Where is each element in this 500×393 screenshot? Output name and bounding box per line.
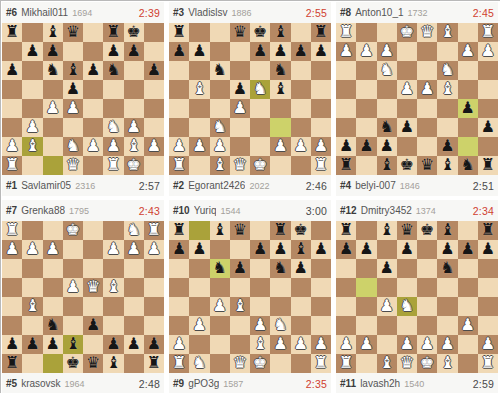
square-b6 — [189, 259, 209, 278]
player-clock: 2:51 — [473, 180, 494, 192]
square-c7: ♟ — [43, 42, 63, 61]
square-e4 — [417, 297, 437, 316]
square-c5 — [210, 80, 230, 99]
player-name: krasovsk — [21, 378, 60, 389]
white-rook-icon: ♜ — [172, 157, 186, 173]
black-queen-icon: ♛ — [420, 157, 434, 173]
square-e4: ♟ — [63, 278, 83, 297]
square-b4 — [124, 278, 144, 297]
square-a7: ♟ — [169, 42, 189, 61]
square-h2: ♟ — [336, 42, 356, 61]
black-bishop-icon: ♝ — [212, 222, 226, 238]
black-pawn-icon: ♟ — [86, 62, 100, 78]
black-pawn-icon: ♟ — [273, 241, 287, 257]
square-f5 — [437, 278, 457, 297]
black-pawn-icon: ♟ — [147, 62, 161, 78]
white-queen-icon: ♛ — [86, 279, 100, 295]
square-b4 — [189, 99, 209, 118]
square-d3 — [417, 61, 437, 80]
black-bishop-icon: ♝ — [273, 81, 287, 97]
square-a8: ♜ — [169, 221, 189, 240]
square-c8: ♝ — [43, 23, 63, 42]
white-pawn-icon: ♟ — [5, 138, 19, 154]
square-d8: ♛ — [83, 354, 103, 373]
square-a5 — [169, 80, 189, 99]
square-f7: ♟ — [43, 335, 63, 354]
white-rook-icon: ♜ — [339, 24, 353, 40]
square-a6: ♟ — [478, 118, 498, 137]
black-knight-icon: ♞ — [440, 260, 454, 276]
square-g2: ♟ — [22, 240, 42, 259]
white-knight-icon: ♞ — [400, 298, 414, 314]
square-f8: ♜ — [103, 23, 123, 42]
square-h3 — [2, 259, 22, 278]
black-queen-icon: ♛ — [233, 222, 247, 238]
white-knight-icon: ♞ — [253, 81, 267, 97]
player-clock: 2:48 — [139, 378, 160, 390]
white-pawn-icon: ♟ — [233, 100, 247, 116]
black-queen-icon: ♛ — [86, 355, 100, 371]
black-king-icon: ♚ — [420, 222, 434, 238]
white-pawn-icon: ♟ — [359, 336, 373, 352]
square-e7: ♟ — [250, 42, 270, 61]
square-b3 — [458, 61, 478, 80]
games-grid: #6 Mikhail011 1694 2:39 ♜♝♛♜♚♟♟♟♟♟♞♝♟♞♟♟… — [0, 0, 500, 393]
player-name: Egorant2426 — [188, 180, 245, 191]
square-e8: ♚ — [63, 354, 83, 373]
white-queen-icon: ♛ — [66, 157, 80, 173]
square-h4 — [311, 99, 331, 118]
square-b8 — [356, 221, 376, 240]
square-e6 — [250, 61, 270, 80]
square-d2 — [230, 335, 250, 354]
square-c1: ♝ — [377, 354, 397, 373]
player-bar-top: #12 Dmitry3452 1374 2:34 — [336, 200, 498, 221]
white-pawn-icon: ♟ — [314, 336, 328, 352]
white-bishop-icon: ♝ — [440, 81, 454, 97]
square-d3 — [230, 118, 250, 137]
square-h2: ♟ — [311, 335, 331, 354]
white-pawn-icon: ♟ — [5, 241, 19, 257]
black-pawn-icon: ♟ — [126, 43, 140, 59]
square-c1 — [210, 354, 230, 373]
white-bishop-icon: ♝ — [192, 81, 206, 97]
square-b1: ♞ — [189, 354, 209, 373]
black-knight-icon: ♞ — [460, 157, 474, 173]
square-a5 — [336, 278, 356, 297]
black-knight-icon: ♞ — [106, 62, 120, 78]
square-e8: ♚ — [417, 221, 437, 240]
square-b2: ♝ — [22, 137, 42, 156]
white-pawn-icon: ♟ — [66, 279, 80, 295]
square-a8: ♜ — [478, 156, 498, 175]
square-d5 — [417, 99, 437, 118]
square-h6 — [2, 316, 22, 335]
square-f7: ♟ — [270, 42, 290, 61]
player-clock: 2:43 — [139, 205, 160, 217]
square-c4: ♟ — [210, 297, 230, 316]
white-bishop-icon: ♝ — [379, 355, 393, 371]
square-h7: ♟ — [478, 240, 498, 259]
square-e5 — [63, 297, 83, 316]
black-pawn-icon: ♟ — [293, 260, 307, 276]
white-knight-icon: ♞ — [273, 317, 287, 333]
black-pawn-icon: ♟ — [460, 100, 474, 116]
square-a6 — [144, 316, 164, 335]
square-g8: ♚ — [291, 221, 311, 240]
square-d8: ♛ — [230, 23, 250, 42]
black-knight-icon: ♞ — [273, 260, 287, 276]
square-c3 — [210, 316, 230, 335]
square-d2: ♟ — [397, 335, 417, 354]
square-g8 — [291, 23, 311, 42]
square-e3 — [63, 259, 83, 278]
white-rook-icon: ♜ — [314, 157, 328, 173]
square-h2: ♟ — [311, 137, 331, 156]
white-pawn-icon: ♟ — [293, 336, 307, 352]
square-b5 — [124, 297, 144, 316]
white-pawn-icon: ♟ — [420, 81, 434, 97]
square-e2: ♟ — [83, 137, 103, 156]
black-bishop-icon: ♝ — [440, 157, 454, 173]
square-g1 — [458, 354, 478, 373]
square-b3: ♟ — [189, 316, 209, 335]
square-e4 — [250, 297, 270, 316]
square-c2 — [377, 335, 397, 354]
square-e5 — [83, 80, 103, 99]
square-d6: ♟ — [230, 259, 250, 278]
square-a3 — [169, 118, 189, 137]
square-g2: ♟ — [291, 137, 311, 156]
square-a2: ♟ — [336, 335, 356, 354]
white-knight-icon: ♞ — [192, 355, 206, 371]
square-a7: ♟ — [169, 240, 189, 259]
white-pawn-icon: ♟ — [460, 43, 474, 59]
square-c5 — [103, 297, 123, 316]
white-rook-icon: ♜ — [147, 222, 161, 238]
square-e8: ♚ — [397, 156, 417, 175]
white-rook-icon: ♜ — [172, 355, 186, 371]
square-f1 — [270, 156, 290, 175]
square-b3 — [189, 118, 209, 137]
square-a8: ♜ — [2, 23, 22, 42]
black-rook-icon: ♜ — [339, 157, 353, 173]
player-bar-top: #10 Yuriq 1544 3:00 — [169, 200, 331, 221]
square-f8: ♝ — [437, 221, 457, 240]
player-clock: 2:46 — [306, 180, 327, 192]
black-pawn-icon: ♟ — [45, 43, 59, 59]
game-card-4[interactable]: #7 Grenka88 1795 2:43 ♜♚♞♜♟♟♟♟♟♟♟♛♝♝♞♟♟♟… — [2, 200, 164, 393]
square-g6: ♟ — [291, 259, 311, 278]
player-name: belyi-007 — [355, 180, 396, 191]
player-name: Yuriq — [194, 205, 217, 216]
square-d7 — [230, 240, 250, 259]
chess-board[interactable]: ♜♝♛♜♚♟♟♟♟♟♞♝♟♞♟♟♟♟♟♞♟♟♝♞♟♟♝♟♜♛♜♚ — [2, 23, 164, 175]
chess-board[interactable]: ♜♝♛♜♚♟♟♟♟♝♟♞♟♞♟♟♝♟♟♞♟♝♟♟♟♜♞♛♚♜ — [169, 221, 331, 373]
player-bar-top: #7 Grenka88 1795 2:43 — [2, 200, 164, 221]
square-d7 — [230, 42, 250, 61]
square-e4 — [250, 99, 270, 118]
black-pawn-icon: ♟ — [339, 241, 353, 257]
square-f4 — [270, 297, 290, 316]
square-f4 — [103, 99, 123, 118]
player-rating: 1587 — [223, 379, 243, 389]
square-g5 — [124, 80, 144, 99]
player-number: #6 — [6, 7, 17, 18]
square-g7: ♟ — [356, 137, 376, 156]
square-f2: ♟ — [270, 335, 290, 354]
square-f3: ♞ — [103, 118, 123, 137]
square-f1: ♜ — [103, 156, 123, 175]
square-d4: ♞ — [397, 297, 417, 316]
white-rook-icon: ♜ — [106, 157, 120, 173]
square-a3 — [144, 259, 164, 278]
player-number: #7 — [6, 205, 17, 216]
black-pawn-icon: ♟ — [172, 43, 186, 59]
square-b2: ♟ — [189, 137, 209, 156]
player-bar-bottom: #2 Egorant2426 2022 2:46 — [169, 175, 331, 196]
square-g7: ♟ — [124, 42, 144, 61]
black-pawn-icon: ♟ — [25, 336, 39, 352]
square-e6 — [417, 259, 437, 278]
player-rating: 1732 — [408, 8, 428, 18]
square-g2: ♟ — [356, 42, 376, 61]
black-rook-icon: ♜ — [172, 222, 186, 238]
black-pawn-icon: ♟ — [192, 241, 206, 257]
square-h3 — [478, 316, 498, 335]
black-king-icon: ♚ — [66, 355, 80, 371]
white-bishop-icon: ♝ — [440, 355, 454, 371]
square-h2: ♟ — [478, 335, 498, 354]
black-king-icon: ♚ — [400, 157, 414, 173]
square-a6 — [336, 259, 356, 278]
player-name: Mikhail011 — [21, 7, 68, 18]
square-f6: ♞ — [270, 61, 290, 80]
square-c5 — [377, 278, 397, 297]
square-b6 — [189, 61, 209, 80]
white-pawn-icon: ♟ — [212, 138, 226, 154]
chess-board[interactable]: ♜♝♛♚♝♜♟♟♟♟♟♟♟♞♟♞♟♟♟♟♟♟♟♜♝♛♚♝♜ — [336, 221, 498, 373]
black-king-icon: ♚ — [293, 222, 307, 238]
square-c6: ♟ — [377, 259, 397, 278]
player-rating: 1374 — [416, 206, 436, 216]
white-rook-icon: ♜ — [339, 355, 353, 371]
chess-board[interactable]: ♜♚♞♜♟♟♟♟♟♟♟♛♝♝♞♟♟♟♟♝♟♟♟♜♚♛♝♜ — [2, 221, 164, 373]
white-pawn-icon: ♟ — [440, 336, 454, 352]
player-rating: 2316 — [75, 181, 95, 191]
square-f6: ♞ — [437, 259, 457, 278]
white-pawn-icon: ♟ — [359, 43, 373, 59]
square-g4 — [22, 278, 42, 297]
square-a5 — [144, 297, 164, 316]
player-bar-bottom: #4 belyi-007 1846 2:51 — [336, 175, 498, 196]
black-pawn-icon: ♟ — [400, 241, 414, 257]
white-pawn-icon: ♟ — [126, 241, 140, 257]
square-b5 — [189, 278, 209, 297]
player-name: Grenka88 — [21, 205, 65, 216]
square-b2: ♟ — [356, 335, 376, 354]
square-f8: ♝ — [377, 156, 397, 175]
player-name: lavash2h — [360, 378, 400, 389]
square-d4: ♛ — [83, 278, 103, 297]
square-e5 — [417, 278, 437, 297]
square-g1 — [291, 156, 311, 175]
square-g6 — [124, 61, 144, 80]
square-g3 — [356, 61, 376, 80]
square-e5 — [397, 99, 417, 118]
square-g1 — [291, 354, 311, 373]
square-h2: ♟ — [144, 137, 164, 156]
white-pawn-icon: ♟ — [460, 317, 474, 333]
black-pawn-icon: ♟ — [339, 138, 353, 154]
black-pawn-icon: ♟ — [273, 43, 287, 59]
square-e8 — [250, 221, 270, 240]
square-c8: ♝ — [103, 354, 123, 373]
game-card-6[interactable]: #12 Dmitry3452 1374 2:34 ♜♝♛♚♝♜♟♟♟♟♟♟♟♞♟… — [336, 200, 498, 393]
black-pawn-icon: ♟ — [440, 138, 454, 154]
game-card-2[interactable]: #3 Vladislsv 1886 2:55 ♜♛♚♝♜♟♟♟♟♟♟♞♞♝♟♞♝… — [169, 2, 331, 196]
white-bishop-icon: ♝ — [212, 157, 226, 173]
square-h5 — [311, 80, 331, 99]
white-pawn-icon: ♟ — [481, 336, 495, 352]
square-a6 — [169, 259, 189, 278]
player-number: #5 — [6, 378, 17, 389]
square-g8 — [356, 156, 376, 175]
square-g2 — [458, 335, 478, 354]
square-a2: ♟ — [169, 137, 189, 156]
white-pawn-icon: ♟ — [126, 119, 140, 135]
square-e1: ♚ — [417, 354, 437, 373]
black-knight-icon: ♞ — [45, 62, 59, 78]
square-d7 — [83, 335, 103, 354]
square-d8: ♛ — [230, 221, 250, 240]
square-h7: ♟ — [336, 137, 356, 156]
square-c8: ♝ — [377, 221, 397, 240]
square-a5 — [478, 99, 498, 118]
player-name: Anton10_1 — [355, 7, 403, 18]
white-pawn-icon: ♟ — [212, 298, 226, 314]
player-name: Savlamir05 — [21, 180, 71, 191]
square-g7: ♟ — [291, 42, 311, 61]
square-e7: ♟ — [250, 240, 270, 259]
square-e6: ♟ — [83, 61, 103, 80]
square-a5 — [2, 80, 22, 99]
square-c2: ♟ — [210, 137, 230, 156]
white-rook-icon: ♜ — [5, 222, 19, 238]
square-e2 — [397, 42, 417, 61]
black-pawn-icon: ♟ — [45, 336, 59, 352]
black-pawn-icon: ♟ — [106, 336, 120, 352]
player-rating: 1795 — [69, 206, 89, 216]
square-d6 — [397, 259, 417, 278]
black-pawn-icon: ♟ — [359, 241, 373, 257]
square-c4 — [210, 99, 230, 118]
white-king-icon: ♚ — [253, 355, 267, 371]
black-knight-icon: ♞ — [212, 260, 226, 276]
square-d1: ♛ — [397, 354, 417, 373]
game-card-5[interactable]: #10 Yuriq 1544 3:00 ♜♝♛♜♚♟♟♟♟♝♟♞♟♞♟♟♝♟♟♞… — [169, 200, 331, 393]
player-rating: 1964 — [65, 379, 85, 389]
player-number: #8 — [340, 7, 351, 18]
player-clock: 2:59 — [473, 378, 494, 390]
square-h2: ♟ — [2, 240, 22, 259]
square-h5 — [336, 99, 356, 118]
black-pawn-icon: ♟ — [86, 317, 100, 333]
white-bishop-icon: ♝ — [25, 298, 39, 314]
square-g7: ♝ — [291, 240, 311, 259]
chess-board[interactable]: ♜♚♛♝♜♟♟♟♟♟♞♞♟♟♝♟♞♟♟♟♟♟♟♜♝♚♛♝♞♜ — [336, 23, 498, 175]
black-queen-icon: ♛ — [66, 24, 80, 40]
square-a1: ♜ — [169, 156, 189, 175]
square-b8 — [124, 354, 144, 373]
white-pawn-icon: ♟ — [314, 138, 328, 154]
square-b2: ♟ — [458, 42, 478, 61]
square-c2 — [43, 137, 63, 156]
square-h8: ♜ — [478, 221, 498, 240]
square-f6: ♞ — [377, 118, 397, 137]
black-knight-icon: ♞ — [379, 119, 393, 135]
square-f5 — [43, 297, 63, 316]
player-clock: 2:35 — [306, 378, 327, 390]
square-c6: ♞ — [210, 61, 230, 80]
square-c8: ♝ — [437, 156, 457, 175]
black-pawn-icon: ♟ — [233, 81, 247, 97]
square-e7 — [417, 240, 437, 259]
square-f1 — [270, 354, 290, 373]
square-f2: ♟ — [43, 240, 63, 259]
square-d5: ♟ — [230, 80, 250, 99]
square-h4 — [311, 297, 331, 316]
square-f1 — [43, 221, 63, 240]
square-f3 — [270, 118, 290, 137]
square-h1 — [144, 156, 164, 175]
square-f5 — [103, 80, 123, 99]
square-h7 — [144, 42, 164, 61]
square-e2 — [250, 137, 270, 156]
square-a1: ♜ — [144, 221, 164, 240]
square-d1 — [83, 221, 103, 240]
square-f2: ♟ — [437, 335, 457, 354]
game-card-3[interactable]: #8 Anton10_1 1732 2:45 ♜♚♛♝♜♟♟♟♟♟♞♞♟♟♝♟♞… — [336, 2, 498, 196]
square-f2: ♟ — [377, 42, 397, 61]
player-rating: 2022 — [249, 181, 269, 191]
square-e5: ♞ — [250, 80, 270, 99]
white-pawn-icon: ♟ — [400, 81, 414, 97]
square-a2: ♟ — [2, 137, 22, 156]
square-f7: ♟ — [437, 240, 457, 259]
chess-board[interactable]: ♜♛♚♝♜♟♟♟♟♟♟♞♞♝♟♞♝♟♞♟♟♟♟♟♟♜♝♛♚♜ — [169, 23, 331, 175]
square-b5 — [356, 278, 376, 297]
game-card-1[interactable]: #6 Mikhail011 1694 2:39 ♜♝♛♜♚♟♟♟♟♟♞♝♟♞♟♟… — [2, 2, 164, 196]
square-f3: ♞ — [270, 316, 290, 335]
square-e6 — [63, 316, 83, 335]
square-e2: ♟ — [417, 335, 437, 354]
square-b3 — [356, 316, 376, 335]
white-bishop-icon: ♝ — [126, 138, 140, 154]
square-h8: ♜ — [311, 23, 331, 42]
square-c6 — [103, 316, 123, 335]
square-d2 — [417, 42, 437, 61]
square-e1: ♚ — [250, 156, 270, 175]
square-g4 — [124, 99, 144, 118]
square-e3 — [397, 61, 417, 80]
square-a2: ♟ — [169, 335, 189, 354]
black-pawn-icon: ♟ — [379, 260, 393, 276]
square-b2 — [189, 335, 209, 354]
white-rook-icon: ♜ — [314, 355, 328, 371]
square-b8: ♞ — [458, 156, 478, 175]
black-pawn-icon: ♟ — [314, 241, 328, 257]
